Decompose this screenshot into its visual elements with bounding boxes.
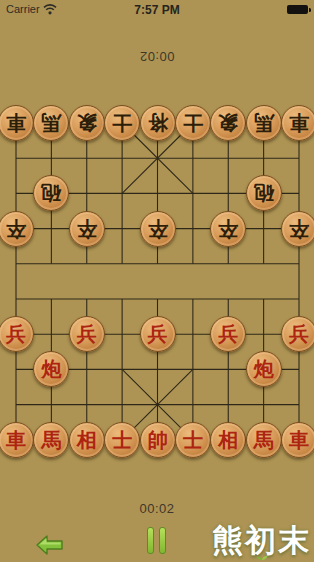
piece-black-r3c8[interactable]: 卒 — [281, 211, 314, 247]
piece-glyph: 卒 — [6, 219, 26, 239]
piece-black-r0c2[interactable]: 象 — [69, 105, 105, 141]
piece-black-r0c1[interactable]: 馬 — [33, 105, 69, 141]
piece-glyph: 卒 — [289, 219, 309, 239]
piece-glyph: 帥 — [148, 430, 168, 450]
piece-red-r6c4[interactable]: 兵 — [140, 316, 176, 352]
piece-black-r0c7[interactable]: 馬 — [246, 105, 282, 141]
piece-black-r0c6[interactable]: 象 — [210, 105, 246, 141]
piece-glyph: 卒 — [77, 219, 97, 239]
piece-glyph: 炮 — [41, 359, 61, 379]
piece-red-r9c2[interactable]: 相 — [69, 422, 105, 458]
watermark-text: 熊初末 — [212, 520, 311, 562]
piece-glyph: 砲 — [254, 183, 274, 203]
piece-red-r6c0[interactable]: 兵 — [0, 316, 34, 352]
piece-glyph: 士 — [183, 430, 203, 450]
piece-glyph: 兵 — [77, 324, 97, 344]
piece-glyph: 相 — [77, 430, 97, 450]
piece-red-r9c7[interactable]: 馬 — [246, 422, 282, 458]
piece-black-r3c6[interactable]: 卒 — [210, 211, 246, 247]
piece-glyph: 象 — [77, 113, 97, 133]
sprout-icon — [256, 552, 268, 561]
piece-red-r9c4[interactable]: 帥 — [140, 422, 176, 458]
piece-glyph: 車 — [289, 430, 309, 450]
piece-glyph: 卒 — [218, 219, 238, 239]
piece-glyph: 象 — [218, 113, 238, 133]
piece-black-r0c3[interactable]: 士 — [104, 105, 140, 141]
piece-glyph: 士 — [183, 113, 203, 133]
piece-red-r9c6[interactable]: 相 — [210, 422, 246, 458]
pause-bar-right — [159, 527, 166, 554]
pause-bar-left — [147, 527, 154, 554]
piece-glyph: 車 — [6, 113, 26, 133]
piece-black-r2c7[interactable]: 砲 — [246, 175, 282, 211]
piece-glyph: 兵 — [148, 324, 168, 344]
piece-glyph: 車 — [6, 430, 26, 450]
piece-red-r7c7[interactable]: 炮 — [246, 351, 282, 387]
piece-glyph: 馬 — [254, 113, 274, 133]
undo-arrow-button[interactable] — [36, 535, 64, 555]
piece-red-r6c2[interactable]: 兵 — [69, 316, 105, 352]
piece-glyph: 馬 — [41, 430, 61, 450]
piece-red-r7c1[interactable]: 炮 — [33, 351, 69, 387]
piece-glyph: 馬 — [41, 113, 61, 133]
piece-glyph: 士 — [112, 430, 132, 450]
piece-red-r6c6[interactable]: 兵 — [210, 316, 246, 352]
piece-red-r9c5[interactable]: 士 — [175, 422, 211, 458]
piece-black-r0c0[interactable]: 車 — [0, 105, 34, 141]
piece-red-r6c8[interactable]: 兵 — [281, 316, 314, 352]
piece-black-r0c5[interactable]: 士 — [175, 105, 211, 141]
player-timer: 00:02 — [0, 501, 314, 516]
piece-red-r9c0[interactable]: 車 — [0, 422, 34, 458]
piece-red-r9c1[interactable]: 馬 — [33, 422, 69, 458]
piece-glyph: 士 — [112, 113, 132, 133]
piece-glyph: 将 — [148, 113, 168, 133]
piece-black-r0c4[interactable]: 将 — [140, 105, 176, 141]
piece-black-r3c0[interactable]: 卒 — [0, 211, 34, 247]
piece-glyph: 砲 — [41, 183, 61, 203]
piece-black-r3c2[interactable]: 卒 — [69, 211, 105, 247]
piece-glyph: 炮 — [254, 359, 274, 379]
piece-black-r3c4[interactable]: 卒 — [140, 211, 176, 247]
piece-black-r0c8[interactable]: 車 — [281, 105, 314, 141]
piece-glyph: 兵 — [218, 324, 238, 344]
piece-glyph: 兵 — [6, 324, 26, 344]
piece-glyph: 卒 — [148, 219, 168, 239]
piece-glyph: 兵 — [289, 324, 309, 344]
pause-button[interactable] — [147, 527, 166, 554]
xiangqi-board-pieces: 車馬象士将士象馬車砲砲卒卒卒卒卒兵兵兵兵兵炮炮車馬相士帥士相馬車 — [0, 105, 314, 457]
xiangqi-app-screen: Carrier 7:57 PM 00:02 車馬象士将士象馬車砲砲卒卒卒卒卒兵兵… — [0, 0, 314, 562]
piece-red-r9c8[interactable]: 車 — [281, 422, 314, 458]
piece-glyph: 馬 — [254, 430, 274, 450]
piece-black-r2c1[interactable]: 砲 — [33, 175, 69, 211]
piece-glyph: 相 — [218, 430, 238, 450]
piece-glyph: 車 — [289, 113, 309, 133]
piece-red-r9c3[interactable]: 士 — [104, 422, 140, 458]
